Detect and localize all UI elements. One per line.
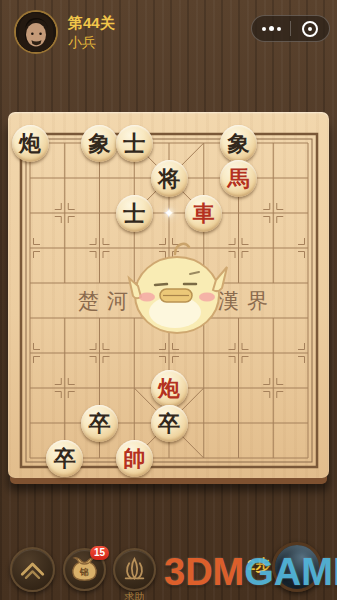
watermark-game: GAME [244,551,337,593]
level-title: 第44关 [68,14,115,33]
selected-point-sparkle: ✦ [159,203,179,223]
piece-red-chariot[interactable]: 車 [185,195,222,232]
piece-black-general[interactable]: 将 [151,160,188,197]
piece-black-elephant[interactable]: 象 [220,125,257,162]
avatar-portrait-icon [16,12,56,52]
piece-black-soldier[interactable]: 卒 [151,405,188,442]
help-button-label: 求助 [113,590,156,600]
player-name: 小兵 [68,34,96,52]
piece-black-soldier[interactable]: 卒 [81,405,118,442]
piece-black-soldier[interactable]: 卒 [46,440,83,477]
more-button[interactable] [252,16,290,41]
close-button[interactable] [291,16,329,41]
app-screen: 第44关 小兵 楚河 漢界 炮象士象将馬士車炮卒卒卒帥 ✦ [0,0,337,600]
more-dots-icon [262,26,281,31]
praying-hands-icon [115,550,154,589]
watermark: 3DMGAME [164,551,337,594]
bottom-toolbar: 锦 15 求助 2步 3DMGAME [0,540,337,600]
chick-mascot [122,240,232,335]
piece-black-cannon[interactable]: 炮 [12,125,49,162]
piece-red-horse[interactable]: 馬 [220,160,257,197]
target-circle-icon [302,21,318,37]
expand-menu-button[interactable] [10,547,55,592]
watermark-3dm: 3DM [164,551,244,593]
tips-bag-button[interactable]: 锦 15 [63,548,106,591]
help-button[interactable] [113,548,156,591]
svg-text:锦: 锦 [79,567,89,577]
piece-black-advisor[interactable]: 士 [116,195,153,232]
piece-red-cannon[interactable]: 炮 [151,370,188,407]
miniprogram-capsule [251,15,330,42]
tips-count-badge: 15 [90,546,109,560]
piece-black-elephant[interactable]: 象 [81,125,118,162]
chevron-up-icon [12,549,53,590]
piece-black-advisor[interactable]: 士 [116,125,153,162]
avatar [14,10,58,54]
piece-red-general[interactable]: 帥 [116,440,153,477]
